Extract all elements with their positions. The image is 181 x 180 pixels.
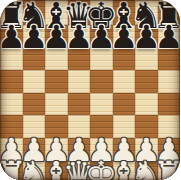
square-f5[interactable] (113, 70, 136, 93)
square-a4[interactable] (0, 93, 23, 116)
piece-white-rook-h1: ♜ (153, 157, 180, 180)
square-h1[interactable]: ♜ (158, 160, 181, 180)
chess-app-icon[interactable]: ♜♞♝♛♚♝♞♜♟♟♟♟♟♟♟♟♟♟♟♟♟♟♟♟♜♞♝♛♚♝♞♜ (0, 0, 180, 180)
square-b5[interactable] (23, 70, 46, 93)
square-a5[interactable] (0, 70, 23, 93)
square-h4[interactable] (158, 93, 181, 116)
square-g4[interactable] (135, 93, 158, 116)
square-h7[interactable]: ♟ (158, 25, 181, 48)
square-g5[interactable] (135, 70, 158, 93)
square-f4[interactable] (113, 93, 136, 116)
square-d4[interactable] (68, 93, 91, 116)
square-e5[interactable] (90, 70, 113, 93)
square-c4[interactable] (45, 93, 68, 116)
chess-board: ♜♞♝♛♚♝♞♜♟♟♟♟♟♟♟♟♟♟♟♟♟♟♟♟♜♞♝♛♚♝♞♜ (0, 0, 180, 180)
square-h5[interactable] (158, 70, 181, 93)
square-b4[interactable] (23, 93, 46, 116)
square-e4[interactable] (90, 93, 113, 116)
square-c5[interactable] (45, 70, 68, 93)
square-d5[interactable] (68, 70, 91, 93)
piece-black-pawn-h7: ♟ (154, 21, 180, 53)
